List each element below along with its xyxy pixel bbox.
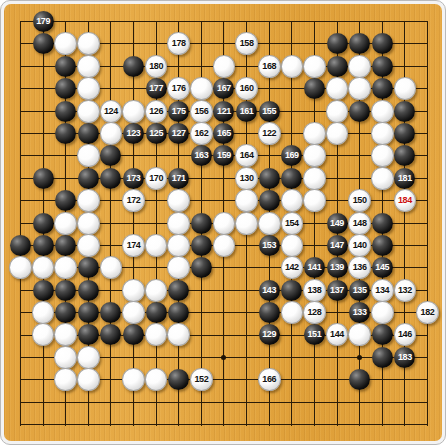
board-cell[interactable] xyxy=(235,391,258,413)
board-cell[interactable] xyxy=(326,346,349,368)
board-cell[interactable] xyxy=(145,279,168,301)
board-cell[interactable] xyxy=(303,234,326,256)
board-cell[interactable]: 178 xyxy=(167,33,190,55)
board-cell[interactable] xyxy=(190,33,213,55)
board-cell[interactable] xyxy=(416,122,439,144)
board-cell[interactable] xyxy=(122,257,145,279)
board-cell[interactable] xyxy=(77,346,100,368)
board-cell[interactable] xyxy=(145,10,168,32)
board-cell[interactable]: 161 xyxy=(235,100,258,122)
board-cell[interactable]: 180 xyxy=(145,55,168,77)
board-cell[interactable] xyxy=(326,391,349,413)
board-cell[interactable]: 150 xyxy=(348,189,371,211)
board-cell[interactable] xyxy=(235,257,258,279)
board-cell[interactable] xyxy=(77,391,100,413)
board-cell[interactable] xyxy=(100,212,123,234)
board-cell[interactable] xyxy=(213,324,236,346)
board-cell[interactable]: 158 xyxy=(235,33,258,55)
board-cell[interactable]: 171 xyxy=(167,167,190,189)
board-cell[interactable] xyxy=(371,212,394,234)
board-cell[interactable] xyxy=(326,145,349,167)
board-cell[interactable] xyxy=(213,369,236,391)
board-cell[interactable] xyxy=(122,324,145,346)
board-cell[interactable] xyxy=(32,212,55,234)
board-cell[interactable]: 137 xyxy=(326,279,349,301)
board-cell[interactable] xyxy=(100,257,123,279)
board-cell[interactable] xyxy=(303,346,326,368)
board-cell[interactable]: 160 xyxy=(235,77,258,99)
board-cell[interactable] xyxy=(54,10,77,32)
board-cell[interactable] xyxy=(348,391,371,413)
board-cell[interactable] xyxy=(348,167,371,189)
board-cell[interactable] xyxy=(394,122,417,144)
board-cell[interactable]: 164 xyxy=(235,145,258,167)
board-cell[interactable] xyxy=(213,10,236,32)
board-cell[interactable] xyxy=(145,212,168,234)
board-cell[interactable] xyxy=(281,122,304,144)
board-cell[interactable]: 184 xyxy=(394,189,417,211)
board-cell[interactable]: 167 xyxy=(213,77,236,99)
board-cell[interactable] xyxy=(167,10,190,32)
board-cell[interactable] xyxy=(416,391,439,413)
board-cell[interactable] xyxy=(348,122,371,144)
board-cell[interactable] xyxy=(9,212,32,234)
board-cell[interactable] xyxy=(9,145,32,167)
board-cell[interactable] xyxy=(416,324,439,346)
board-cell[interactable] xyxy=(100,122,123,144)
board-cell[interactable] xyxy=(258,189,281,211)
board-cell[interactable] xyxy=(394,33,417,55)
board-cell[interactable]: 128 xyxy=(303,301,326,323)
board-cell[interactable] xyxy=(371,369,394,391)
board-cell[interactable] xyxy=(100,33,123,55)
board-cell[interactable]: 169 xyxy=(281,145,304,167)
board-cell[interactable] xyxy=(213,346,236,368)
board-cell[interactable] xyxy=(394,10,417,32)
board-cell[interactable] xyxy=(9,55,32,77)
board-cell[interactable] xyxy=(190,77,213,99)
board-cell[interactable] xyxy=(303,122,326,144)
board-cell[interactable] xyxy=(235,301,258,323)
board-cell[interactable] xyxy=(394,100,417,122)
board-cell[interactable]: 153 xyxy=(258,234,281,256)
board-cell[interactable] xyxy=(190,167,213,189)
board-cell[interactable]: 144 xyxy=(326,324,349,346)
board-cell[interactable] xyxy=(32,100,55,122)
board-cell[interactable] xyxy=(416,234,439,256)
board-cell[interactable]: 139 xyxy=(326,257,349,279)
board-cell[interactable] xyxy=(77,279,100,301)
board-cell[interactable] xyxy=(371,100,394,122)
board-cell[interactable] xyxy=(54,77,77,99)
board-cell[interactable]: 145 xyxy=(371,257,394,279)
board-cell[interactable] xyxy=(9,77,32,99)
board-cell[interactable] xyxy=(303,10,326,32)
board-cell[interactable] xyxy=(371,122,394,144)
board-cell[interactable] xyxy=(281,189,304,211)
board-cell[interactable] xyxy=(167,234,190,256)
board-cell[interactable]: 149 xyxy=(326,212,349,234)
board-cell[interactable] xyxy=(303,77,326,99)
board-cell[interactable] xyxy=(145,369,168,391)
board-cell[interactable] xyxy=(371,55,394,77)
board-cell[interactable] xyxy=(77,167,100,189)
board-cell[interactable] xyxy=(100,234,123,256)
board-cell[interactable] xyxy=(190,279,213,301)
board-cell[interactable]: 173 xyxy=(122,167,145,189)
board-cell[interactable] xyxy=(145,324,168,346)
board-cell[interactable] xyxy=(281,55,304,77)
board-cell[interactable] xyxy=(9,167,32,189)
board-cell[interactable]: 121 xyxy=(213,100,236,122)
board-cell[interactable] xyxy=(416,145,439,167)
board-cell[interactable] xyxy=(9,33,32,55)
board-cell[interactable] xyxy=(77,77,100,99)
board-cell[interactable] xyxy=(348,346,371,368)
board-cell[interactable] xyxy=(348,77,371,99)
board-cell[interactable] xyxy=(348,413,371,435)
board-cell[interactable] xyxy=(348,369,371,391)
board-cell[interactable] xyxy=(122,391,145,413)
board-cell[interactable] xyxy=(54,257,77,279)
board-cell[interactable] xyxy=(167,346,190,368)
board-cell[interactable] xyxy=(394,413,417,435)
board-cell[interactable] xyxy=(235,413,258,435)
board-cell[interactable]: 172 xyxy=(122,189,145,211)
board-cell[interactable]: 135 xyxy=(348,279,371,301)
board-cell[interactable] xyxy=(326,167,349,189)
board-cell[interactable] xyxy=(416,413,439,435)
board-cell[interactable] xyxy=(32,346,55,368)
board-cell[interactable] xyxy=(54,301,77,323)
board-cell[interactable] xyxy=(326,100,349,122)
board-cell[interactable] xyxy=(258,301,281,323)
board-cell[interactable]: 147 xyxy=(326,234,349,256)
board-cell[interactable] xyxy=(281,369,304,391)
board-cell[interactable] xyxy=(54,167,77,189)
board-cell[interactable] xyxy=(394,145,417,167)
board-cell[interactable] xyxy=(394,301,417,323)
board-cell[interactable] xyxy=(54,413,77,435)
board-cell[interactable]: 165 xyxy=(213,122,236,144)
board-cell[interactable] xyxy=(122,279,145,301)
board-cell[interactable] xyxy=(77,212,100,234)
board-cell[interactable] xyxy=(235,122,258,144)
board-cell[interactable] xyxy=(54,33,77,55)
board-cell[interactable] xyxy=(167,301,190,323)
board-cell[interactable] xyxy=(77,257,100,279)
board-cell[interactable] xyxy=(303,413,326,435)
board-cell[interactable] xyxy=(145,257,168,279)
board-cell[interactable] xyxy=(9,10,32,32)
board-cell[interactable] xyxy=(258,167,281,189)
board-cell[interactable] xyxy=(258,212,281,234)
board-cell[interactable]: 148 xyxy=(348,212,371,234)
board-cell[interactable]: 156 xyxy=(190,100,213,122)
board-cell[interactable] xyxy=(303,100,326,122)
board-cell[interactable]: 166 xyxy=(258,369,281,391)
board-cell[interactable] xyxy=(326,122,349,144)
board-cell[interactable] xyxy=(371,33,394,55)
board-cell[interactable] xyxy=(122,212,145,234)
board-cell[interactable] xyxy=(258,413,281,435)
board-cell[interactable] xyxy=(394,369,417,391)
board-cell[interactable] xyxy=(145,346,168,368)
board-cell[interactable] xyxy=(54,279,77,301)
board-cell[interactable] xyxy=(416,167,439,189)
board-cell[interactable] xyxy=(122,10,145,32)
board-cell[interactable] xyxy=(416,100,439,122)
board-cell[interactable] xyxy=(303,212,326,234)
board-cell[interactable] xyxy=(190,212,213,234)
board-cell[interactable] xyxy=(100,167,123,189)
board-cell[interactable]: 122 xyxy=(258,122,281,144)
board-cell[interactable] xyxy=(54,122,77,144)
board-cell[interactable] xyxy=(348,33,371,55)
board-cell[interactable] xyxy=(32,391,55,413)
board-cell[interactable] xyxy=(77,234,100,256)
board-cell[interactable] xyxy=(32,167,55,189)
board-cell[interactable] xyxy=(416,369,439,391)
board-cell[interactable] xyxy=(213,391,236,413)
board-cell[interactable] xyxy=(303,167,326,189)
board-cell[interactable]: 159 xyxy=(213,145,236,167)
board-cell[interactable] xyxy=(32,189,55,211)
board-cell[interactable] xyxy=(9,100,32,122)
board-cell[interactable]: 138 xyxy=(303,279,326,301)
board-cell[interactable] xyxy=(371,10,394,32)
board-cell[interactable] xyxy=(54,346,77,368)
board-cell[interactable] xyxy=(122,77,145,99)
board-cell[interactable] xyxy=(100,324,123,346)
board-cell[interactable] xyxy=(122,33,145,55)
board-cell[interactable] xyxy=(303,55,326,77)
board-cell[interactable] xyxy=(167,212,190,234)
board-cell[interactable] xyxy=(32,234,55,256)
board-cell[interactable] xyxy=(77,324,100,346)
board-cell[interactable] xyxy=(9,122,32,144)
board-cell[interactable] xyxy=(190,346,213,368)
board-cell[interactable] xyxy=(145,301,168,323)
board-cell[interactable]: 177 xyxy=(145,77,168,99)
board-cell[interactable] xyxy=(54,391,77,413)
board-cell[interactable] xyxy=(213,55,236,77)
board-cell[interactable] xyxy=(235,189,258,211)
board-cell[interactable] xyxy=(167,324,190,346)
board-cell[interactable]: 151 xyxy=(303,324,326,346)
board-cell[interactable] xyxy=(77,100,100,122)
board-cell[interactable] xyxy=(258,257,281,279)
board-cell[interactable] xyxy=(371,189,394,211)
board-cell[interactable] xyxy=(100,413,123,435)
board-cell[interactable] xyxy=(9,346,32,368)
board-cell[interactable] xyxy=(416,10,439,32)
board-cell[interactable] xyxy=(190,324,213,346)
board-cell[interactable] xyxy=(100,189,123,211)
board-cell[interactable] xyxy=(326,189,349,211)
board-cell[interactable] xyxy=(371,324,394,346)
board-cell[interactable] xyxy=(235,10,258,32)
board-cell[interactable]: 179 xyxy=(32,10,55,32)
board-cell[interactable] xyxy=(9,234,32,256)
board-cell[interactable] xyxy=(32,279,55,301)
board-cell[interactable] xyxy=(9,279,32,301)
board-cell[interactable] xyxy=(32,33,55,55)
board-cell[interactable] xyxy=(326,77,349,99)
board-cell[interactable]: 146 xyxy=(394,324,417,346)
board-cell[interactable] xyxy=(145,391,168,413)
board-cell[interactable] xyxy=(303,189,326,211)
board-cell[interactable]: 136 xyxy=(348,257,371,279)
board-cell[interactable] xyxy=(32,77,55,99)
board-cell[interactable]: 123 xyxy=(122,122,145,144)
board-cell[interactable] xyxy=(167,369,190,391)
board-cell[interactable] xyxy=(281,234,304,256)
board-cell[interactable] xyxy=(348,100,371,122)
board-cell[interactable] xyxy=(100,55,123,77)
board-cell[interactable] xyxy=(190,301,213,323)
board-cell[interactable] xyxy=(281,301,304,323)
board-cell[interactable]: 127 xyxy=(167,122,190,144)
board-cell[interactable] xyxy=(190,413,213,435)
board-cell[interactable]: 183 xyxy=(394,346,417,368)
board-cell[interactable] xyxy=(32,301,55,323)
board-cell[interactable] xyxy=(100,279,123,301)
board-cell[interactable]: 181 xyxy=(394,167,417,189)
board-cell[interactable]: 176 xyxy=(167,77,190,99)
board-cell[interactable] xyxy=(371,413,394,435)
board-cell[interactable] xyxy=(326,10,349,32)
board-cell[interactable] xyxy=(32,369,55,391)
board-cell[interactable] xyxy=(281,100,304,122)
board-cell[interactable] xyxy=(100,77,123,99)
board-cell[interactable] xyxy=(167,257,190,279)
board-cell[interactable] xyxy=(235,234,258,256)
board-cell[interactable] xyxy=(122,413,145,435)
board-cell[interactable] xyxy=(416,77,439,99)
board-cell[interactable] xyxy=(258,346,281,368)
board-cell[interactable] xyxy=(348,10,371,32)
board-cell[interactable] xyxy=(258,10,281,32)
board-cell[interactable] xyxy=(235,55,258,77)
board-cell[interactable] xyxy=(167,145,190,167)
board-cell[interactable] xyxy=(303,369,326,391)
board-cell[interactable] xyxy=(167,413,190,435)
board-cell[interactable] xyxy=(213,189,236,211)
board-cell[interactable] xyxy=(167,391,190,413)
board-cell[interactable] xyxy=(281,413,304,435)
board-cell[interactable]: 133 xyxy=(348,301,371,323)
board-cell[interactable] xyxy=(326,413,349,435)
board-cell[interactable] xyxy=(213,167,236,189)
board-cell[interactable] xyxy=(190,391,213,413)
board-cell[interactable] xyxy=(190,55,213,77)
board-cell[interactable] xyxy=(416,279,439,301)
board-cell[interactable] xyxy=(77,189,100,211)
board-cell[interactable] xyxy=(348,55,371,77)
board-cell[interactable] xyxy=(371,77,394,99)
board-cell[interactable] xyxy=(281,167,304,189)
board-cell[interactable] xyxy=(416,189,439,211)
board-cell[interactable]: 182 xyxy=(416,301,439,323)
board-cell[interactable]: 124 xyxy=(100,100,123,122)
board-cell[interactable] xyxy=(281,10,304,32)
board-cell[interactable] xyxy=(9,301,32,323)
board-cell[interactable] xyxy=(145,189,168,211)
board-cell[interactable] xyxy=(394,77,417,99)
board-cell[interactable]: 141 xyxy=(303,257,326,279)
board-cell[interactable] xyxy=(77,413,100,435)
board-cell[interactable] xyxy=(54,100,77,122)
board-cell[interactable] xyxy=(213,413,236,435)
board-cell[interactable] xyxy=(348,145,371,167)
board-cell[interactable] xyxy=(416,257,439,279)
board-cell[interactable] xyxy=(213,301,236,323)
board-cell[interactable] xyxy=(258,33,281,55)
board-cell[interactable] xyxy=(100,391,123,413)
board-cell[interactable] xyxy=(100,10,123,32)
board-cell[interactable] xyxy=(258,77,281,99)
board-cell[interactable] xyxy=(326,33,349,55)
board-cell[interactable] xyxy=(258,391,281,413)
board-cell[interactable] xyxy=(416,33,439,55)
board-cell[interactable] xyxy=(281,324,304,346)
board-cell[interactable] xyxy=(394,257,417,279)
board-cell[interactable]: 125 xyxy=(145,122,168,144)
board-cell[interactable] xyxy=(190,257,213,279)
board-cell[interactable] xyxy=(122,55,145,77)
board-cell[interactable]: 142 xyxy=(281,257,304,279)
board-cell[interactable] xyxy=(371,145,394,167)
board-cell[interactable] xyxy=(416,212,439,234)
board-cell[interactable]: 143 xyxy=(258,279,281,301)
board-cell[interactable] xyxy=(122,346,145,368)
board-cell[interactable] xyxy=(190,10,213,32)
board-cell[interactable] xyxy=(54,369,77,391)
board-cell[interactable] xyxy=(77,369,100,391)
board-cell[interactable]: 126 xyxy=(145,100,168,122)
board-cell[interactable] xyxy=(371,167,394,189)
board-cell[interactable] xyxy=(326,301,349,323)
board-cell[interactable] xyxy=(371,391,394,413)
board-cell[interactable] xyxy=(77,55,100,77)
board-cell[interactable] xyxy=(235,279,258,301)
board-cell[interactable]: 129 xyxy=(258,324,281,346)
board-cell[interactable] xyxy=(326,369,349,391)
board-cell[interactable] xyxy=(122,369,145,391)
board-cell[interactable] xyxy=(145,413,168,435)
board-cell[interactable] xyxy=(54,212,77,234)
board-cell[interactable] xyxy=(100,369,123,391)
board-cell[interactable] xyxy=(32,145,55,167)
board-cell[interactable] xyxy=(303,391,326,413)
board-cell[interactable] xyxy=(213,234,236,256)
board-cell[interactable] xyxy=(394,391,417,413)
board-cell[interactable]: 163 xyxy=(190,145,213,167)
board-cell[interactable] xyxy=(9,257,32,279)
board-cell[interactable]: 140 xyxy=(348,234,371,256)
board-cell[interactable] xyxy=(235,369,258,391)
board-cell[interactable] xyxy=(145,234,168,256)
board-cell[interactable] xyxy=(54,145,77,167)
board-cell[interactable] xyxy=(9,391,32,413)
board-cell[interactable] xyxy=(213,279,236,301)
board-cell[interactable] xyxy=(371,346,394,368)
board-cell[interactable]: 162 xyxy=(190,122,213,144)
board-cell[interactable] xyxy=(54,189,77,211)
board-cell[interactable] xyxy=(303,145,326,167)
board-cell[interactable] xyxy=(100,346,123,368)
